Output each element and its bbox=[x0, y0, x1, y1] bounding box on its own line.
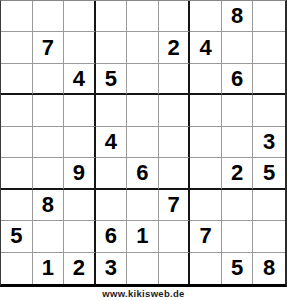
cell-r8c8[interactable] bbox=[222, 221, 254, 252]
cell-r9c4[interactable]: 3 bbox=[96, 253, 128, 284]
cell-r4c3[interactable] bbox=[64, 95, 96, 126]
cell-r4c5[interactable] bbox=[127, 95, 159, 126]
cell-r2c5[interactable] bbox=[127, 32, 159, 63]
cell-r9c6[interactable] bbox=[159, 253, 191, 284]
cell-r1c2[interactable] bbox=[33, 1, 65, 32]
cell-r4c9[interactable] bbox=[253, 95, 285, 126]
cell-r3c8[interactable]: 6 bbox=[222, 64, 254, 95]
cell-r3c2[interactable] bbox=[33, 64, 65, 95]
cell-r2c7[interactable]: 4 bbox=[190, 32, 222, 63]
cell-r1c3[interactable] bbox=[64, 1, 96, 32]
cell-r5c6[interactable] bbox=[159, 127, 191, 158]
cell-r7c9[interactable] bbox=[253, 190, 285, 221]
cell-r9c9[interactable]: 8 bbox=[253, 253, 285, 284]
cell-r2c8[interactable] bbox=[222, 32, 254, 63]
cell-r5c7[interactable] bbox=[190, 127, 222, 158]
cell-r3c1[interactable] bbox=[1, 64, 33, 95]
cell-r3c3[interactable]: 4 bbox=[64, 64, 96, 95]
cell-r7c7[interactable] bbox=[190, 190, 222, 221]
cell-r4c7[interactable] bbox=[190, 95, 222, 126]
cell-r4c8[interactable] bbox=[222, 95, 254, 126]
cell-r5c3[interactable] bbox=[64, 127, 96, 158]
watermark-url: www.kikisweb.de bbox=[0, 288, 287, 299]
cell-r6c5[interactable]: 6 bbox=[127, 158, 159, 189]
cell-r9c2[interactable]: 1 bbox=[33, 253, 65, 284]
cell-r2c2[interactable]: 7 bbox=[33, 32, 65, 63]
cell-r9c1[interactable] bbox=[1, 253, 33, 284]
cell-r4c4[interactable] bbox=[96, 95, 128, 126]
cell-r7c2[interactable]: 8 bbox=[33, 190, 65, 221]
sudoku-board: 872445643962587561712358 bbox=[0, 0, 287, 287]
cell-r5c4[interactable]: 4 bbox=[96, 127, 128, 158]
cell-r1c1[interactable] bbox=[1, 1, 33, 32]
cell-r9c5[interactable] bbox=[127, 253, 159, 284]
cell-r2c1[interactable] bbox=[1, 32, 33, 63]
cell-r4c2[interactable] bbox=[33, 95, 65, 126]
sudoku-page: 872445643962587561712358 www.kikisweb.de bbox=[0, 0, 287, 300]
cell-r4c1[interactable] bbox=[1, 95, 33, 126]
cell-r2c3[interactable] bbox=[64, 32, 96, 63]
cell-r8c2[interactable] bbox=[33, 221, 65, 252]
cell-r7c3[interactable] bbox=[64, 190, 96, 221]
cell-r6c3[interactable]: 9 bbox=[64, 158, 96, 189]
cell-r8c4[interactable]: 6 bbox=[96, 221, 128, 252]
cell-r3c7[interactable] bbox=[190, 64, 222, 95]
cell-r6c6[interactable] bbox=[159, 158, 191, 189]
cell-r6c7[interactable] bbox=[190, 158, 222, 189]
cell-r6c2[interactable] bbox=[33, 158, 65, 189]
cell-r3c9[interactable] bbox=[253, 64, 285, 95]
cell-r9c7[interactable] bbox=[190, 253, 222, 284]
cell-r7c8[interactable] bbox=[222, 190, 254, 221]
cell-r5c1[interactable] bbox=[1, 127, 33, 158]
cell-r6c4[interactable] bbox=[96, 158, 128, 189]
cell-r1c7[interactable] bbox=[190, 1, 222, 32]
cell-r2c6[interactable]: 2 bbox=[159, 32, 191, 63]
cell-r1c5[interactable] bbox=[127, 1, 159, 32]
cell-r8c9[interactable] bbox=[253, 221, 285, 252]
cell-r1c6[interactable] bbox=[159, 1, 191, 32]
cell-r4c6[interactable] bbox=[159, 95, 191, 126]
cell-r6c9[interactable]: 5 bbox=[253, 158, 285, 189]
cell-r5c9[interactable]: 3 bbox=[253, 127, 285, 158]
cell-r8c1[interactable]: 5 bbox=[1, 221, 33, 252]
cell-r8c6[interactable] bbox=[159, 221, 191, 252]
cell-r5c8[interactable] bbox=[222, 127, 254, 158]
cell-r5c5[interactable] bbox=[127, 127, 159, 158]
cell-r6c1[interactable] bbox=[1, 158, 33, 189]
cell-r2c4[interactable] bbox=[96, 32, 128, 63]
cell-r8c7[interactable]: 7 bbox=[190, 221, 222, 252]
cell-r2c9[interactable] bbox=[253, 32, 285, 63]
cell-r3c4[interactable]: 5 bbox=[96, 64, 128, 95]
cell-r7c1[interactable] bbox=[1, 190, 33, 221]
cell-r3c6[interactable] bbox=[159, 64, 191, 95]
cell-r1c8[interactable]: 8 bbox=[222, 1, 254, 32]
cell-r3c5[interactable] bbox=[127, 64, 159, 95]
cell-r9c3[interactable]: 2 bbox=[64, 253, 96, 284]
cell-r1c9[interactable] bbox=[253, 1, 285, 32]
cell-r7c6[interactable]: 7 bbox=[159, 190, 191, 221]
cell-r8c5[interactable]: 1 bbox=[127, 221, 159, 252]
cell-r7c4[interactable] bbox=[96, 190, 128, 221]
cell-r7c5[interactable] bbox=[127, 190, 159, 221]
cell-r8c3[interactable] bbox=[64, 221, 96, 252]
cell-r6c8[interactable]: 2 bbox=[222, 158, 254, 189]
cell-r1c4[interactable] bbox=[96, 1, 128, 32]
cell-r9c8[interactable]: 5 bbox=[222, 253, 254, 284]
cell-r5c2[interactable] bbox=[33, 127, 65, 158]
